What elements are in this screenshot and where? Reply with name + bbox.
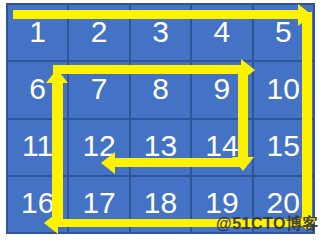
grid-cell-6: 6 — [8, 62, 67, 117]
grid-cell-10: 10 — [254, 62, 313, 117]
grid-cell-3: 3 — [131, 5, 190, 60]
grid-cell-7: 7 — [69, 62, 128, 117]
grid-cell-11: 11 — [8, 120, 67, 175]
grid-cell-18: 18 — [131, 177, 190, 232]
grid-cell-17: 17 — [69, 177, 128, 232]
grid-cell-5: 5 — [254, 5, 313, 60]
grid-cell-13: 13 — [131, 120, 190, 175]
grid-cell-4: 4 — [192, 5, 251, 60]
grid-cell-1: 1 — [8, 5, 67, 60]
grid-cell-14: 14 — [192, 120, 251, 175]
grid-cell-9: 9 — [192, 62, 251, 117]
grid-cell-15: 15 — [254, 120, 313, 175]
grid-cell-2: 2 — [69, 5, 128, 60]
matrix-grid: 1234567891011121314151617181920 — [6, 3, 315, 234]
grid-cell-16: 16 — [8, 177, 67, 232]
spiral-matrix-diagram: 1234567891011121314151617181920 @51CTO博客 — [0, 0, 324, 244]
watermark: @51CTO博客 — [216, 214, 319, 235]
grid-cell-12: 12 — [69, 120, 128, 175]
grid-cell-8: 8 — [131, 62, 190, 117]
